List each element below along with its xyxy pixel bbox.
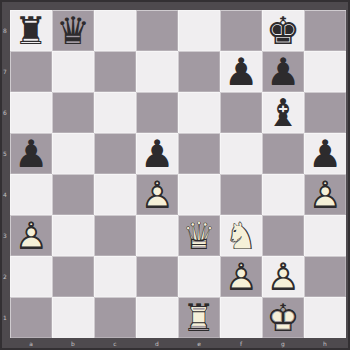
square-e4[interactable] bbox=[178, 174, 220, 215]
square-d5[interactable]: ♟ bbox=[136, 133, 178, 174]
square-a4[interactable] bbox=[10, 174, 52, 215]
black-pawn[interactable]: ♟ bbox=[136, 133, 178, 174]
black-pawn-glyph: ♟ bbox=[304, 133, 346, 174]
file-label-g: g bbox=[265, 339, 301, 349]
square-h3[interactable] bbox=[304, 215, 346, 256]
rank-label-3: 3 bbox=[1, 218, 10, 253]
black-king[interactable]: ♚ bbox=[262, 10, 304, 51]
square-g8[interactable]: ♚ bbox=[262, 10, 304, 51]
rank-label-1: 1 bbox=[1, 300, 10, 335]
square-c4[interactable] bbox=[94, 174, 136, 215]
square-d2[interactable] bbox=[136, 256, 178, 297]
rank-label-8: 8 bbox=[1, 13, 10, 48]
square-d6[interactable] bbox=[136, 92, 178, 133]
square-d8[interactable] bbox=[136, 10, 178, 51]
black-bishop[interactable]: ♝ bbox=[262, 92, 304, 133]
white-king[interactable]: ♚♔ bbox=[262, 297, 304, 338]
rank-labels: 87654321 bbox=[0, 10, 10, 338]
square-g2[interactable]: ♟♙ bbox=[262, 256, 304, 297]
white-pawn-outline: ♙ bbox=[262, 256, 304, 297]
white-pawn-outline: ♙ bbox=[304, 174, 346, 215]
square-d3[interactable] bbox=[136, 215, 178, 256]
square-h8[interactable] bbox=[304, 10, 346, 51]
white-pawn-outline: ♙ bbox=[136, 174, 178, 215]
square-c6[interactable] bbox=[94, 92, 136, 133]
square-b7[interactable] bbox=[52, 51, 94, 92]
black-pawn[interactable]: ♟ bbox=[10, 133, 52, 174]
file-label-d: d bbox=[139, 339, 175, 349]
square-f5[interactable] bbox=[220, 133, 262, 174]
square-e3[interactable]: ♛♕ bbox=[178, 215, 220, 256]
square-c3[interactable] bbox=[94, 215, 136, 256]
square-h2[interactable] bbox=[304, 256, 346, 297]
black-pawn-glyph: ♟ bbox=[136, 133, 178, 174]
square-g7[interactable]: ♟ bbox=[262, 51, 304, 92]
black-bishop-glyph: ♝ bbox=[262, 92, 304, 133]
square-f6[interactable] bbox=[220, 92, 262, 133]
black-pawn-glyph: ♟ bbox=[220, 51, 262, 92]
rank-label-5: 5 bbox=[1, 136, 10, 171]
square-c2[interactable] bbox=[94, 256, 136, 297]
square-d4[interactable]: ♟♙ bbox=[136, 174, 178, 215]
rank-label-6: 6 bbox=[1, 95, 10, 130]
white-pawn[interactable]: ♟♙ bbox=[220, 256, 262, 297]
square-a8[interactable]: ♜ bbox=[10, 10, 52, 51]
file-label-f: f bbox=[223, 339, 259, 349]
square-g3[interactable] bbox=[262, 215, 304, 256]
square-c7[interactable] bbox=[94, 51, 136, 92]
square-d7[interactable] bbox=[136, 51, 178, 92]
square-a3[interactable]: ♟♙ bbox=[10, 215, 52, 256]
white-king-outline: ♔ bbox=[262, 297, 304, 338]
file-label-c: c bbox=[97, 339, 133, 349]
square-a1[interactable] bbox=[10, 297, 52, 338]
white-pawn[interactable]: ♟♙ bbox=[304, 174, 346, 215]
black-rook[interactable]: ♜ bbox=[10, 10, 52, 51]
black-king-glyph: ♚ bbox=[262, 10, 304, 51]
square-d1[interactable] bbox=[136, 297, 178, 338]
square-b8[interactable]: ♛ bbox=[52, 10, 94, 51]
square-e2[interactable] bbox=[178, 256, 220, 297]
square-f7[interactable]: ♟ bbox=[220, 51, 262, 92]
square-b5[interactable] bbox=[52, 133, 94, 174]
square-f8[interactable] bbox=[220, 10, 262, 51]
white-pawn-outline: ♙ bbox=[220, 256, 262, 297]
file-label-b: b bbox=[55, 339, 91, 349]
white-pawn[interactable]: ♟♙ bbox=[262, 256, 304, 297]
black-queen[interactable]: ♛ bbox=[52, 10, 94, 51]
square-c5[interactable] bbox=[94, 133, 136, 174]
square-b4[interactable] bbox=[52, 174, 94, 215]
square-h7[interactable] bbox=[304, 51, 346, 92]
square-a6[interactable] bbox=[10, 92, 52, 133]
square-e6[interactable] bbox=[178, 92, 220, 133]
square-f2[interactable]: ♟♙ bbox=[220, 256, 262, 297]
square-h4[interactable]: ♟♙ bbox=[304, 174, 346, 215]
white-knight[interactable]: ♞♘ bbox=[220, 215, 262, 256]
black-pawn[interactable]: ♟ bbox=[304, 133, 346, 174]
square-g5[interactable] bbox=[262, 133, 304, 174]
black-rook-glyph: ♜ bbox=[10, 10, 52, 51]
chessboard-frame: ♜♛♚♟♟♝♟♟♟♟♙♟♙♟♙♛♕♞♘♟♙♟♙♜♖♚♔ 87654321 abc… bbox=[0, 0, 350, 350]
square-f1[interactable] bbox=[220, 297, 262, 338]
square-h6[interactable] bbox=[304, 92, 346, 133]
square-b3[interactable] bbox=[52, 215, 94, 256]
file-label-a: a bbox=[13, 339, 49, 349]
white-rook[interactable]: ♜♖ bbox=[178, 297, 220, 338]
square-a7[interactable] bbox=[10, 51, 52, 92]
square-e5[interactable] bbox=[178, 133, 220, 174]
black-queen-glyph: ♛ bbox=[52, 10, 94, 51]
square-e7[interactable] bbox=[178, 51, 220, 92]
black-pawn[interactable]: ♟ bbox=[262, 51, 304, 92]
white-pawn-outline: ♙ bbox=[10, 215, 52, 256]
square-g4[interactable] bbox=[262, 174, 304, 215]
square-f3[interactable]: ♞♘ bbox=[220, 215, 262, 256]
file-label-e: e bbox=[181, 339, 217, 349]
square-a5[interactable]: ♟ bbox=[10, 133, 52, 174]
black-pawn-glyph: ♟ bbox=[262, 51, 304, 92]
white-pawn[interactable]: ♟♙ bbox=[136, 174, 178, 215]
white-knight-outline: ♘ bbox=[220, 215, 262, 256]
square-g1[interactable]: ♚♔ bbox=[262, 297, 304, 338]
white-queen-outline: ♕ bbox=[178, 215, 220, 256]
board: ♜♛♚♟♟♝♟♟♟♟♙♟♙♟♙♛♕♞♘♟♙♟♙♜♖♚♔ bbox=[10, 10, 346, 338]
white-pawn[interactable]: ♟♙ bbox=[10, 215, 52, 256]
square-e1[interactable]: ♜♖ bbox=[178, 297, 220, 338]
square-b2[interactable] bbox=[52, 256, 94, 297]
square-h5[interactable]: ♟ bbox=[304, 133, 346, 174]
rank-label-2: 2 bbox=[1, 259, 10, 294]
square-a2[interactable] bbox=[10, 256, 52, 297]
square-h1[interactable] bbox=[304, 297, 346, 338]
square-c8[interactable] bbox=[94, 10, 136, 51]
black-pawn[interactable]: ♟ bbox=[220, 51, 262, 92]
white-queen[interactable]: ♛♕ bbox=[178, 215, 220, 256]
square-g6[interactable]: ♝ bbox=[262, 92, 304, 133]
square-c1[interactable] bbox=[94, 297, 136, 338]
square-b6[interactable] bbox=[52, 92, 94, 133]
square-b1[interactable] bbox=[52, 297, 94, 338]
square-e8[interactable] bbox=[178, 10, 220, 51]
rank-label-7: 7 bbox=[1, 54, 10, 89]
file-labels: abcdefgh bbox=[10, 338, 346, 350]
rank-label-4: 4 bbox=[1, 177, 10, 212]
square-f4[interactable] bbox=[220, 174, 262, 215]
black-pawn-glyph: ♟ bbox=[10, 133, 52, 174]
file-label-h: h bbox=[307, 339, 343, 349]
white-rook-outline: ♖ bbox=[178, 297, 220, 338]
